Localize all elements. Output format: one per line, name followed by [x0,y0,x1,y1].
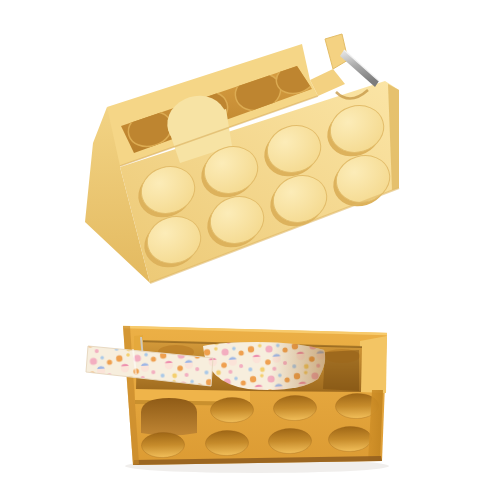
dispenser-bottom-view [86,326,389,473]
dispenser-top-view [85,34,399,283]
cutter-blade-edge [344,50,379,81]
arch-recess [141,398,197,436]
interior-floor-shadow [323,350,359,391]
photo-svg [0,0,500,500]
product-photo [0,0,500,500]
cutter-blade [340,50,379,87]
bottom-view-right-end-cap [359,336,387,393]
